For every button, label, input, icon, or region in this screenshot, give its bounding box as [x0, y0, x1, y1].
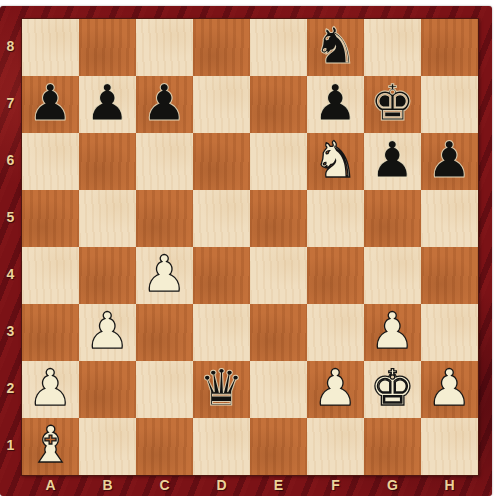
square-g4[interactable] [364, 247, 421, 304]
square-e4[interactable] [250, 247, 307, 304]
square-a3[interactable] [22, 304, 79, 361]
square-c1[interactable] [136, 418, 193, 475]
square-d1[interactable] [193, 418, 250, 475]
file-label-d: D [193, 476, 250, 494]
square-g3[interactable]: ♟ [364, 304, 421, 361]
square-b4[interactable] [79, 247, 136, 304]
piece-white-pawn[interactable]: ♟ [313, 361, 358, 417]
square-a7[interactable]: ♟ [22, 76, 79, 133]
piece-black-pawn[interactable]: ♟ [427, 133, 472, 189]
square-c5[interactable] [136, 190, 193, 247]
square-b3[interactable]: ♟ [79, 304, 136, 361]
rank-label-1: 1 [0, 417, 21, 474]
square-b1[interactable] [79, 418, 136, 475]
file-label-c: C [136, 476, 193, 494]
rank-label-3: 3 [0, 303, 21, 360]
piece-black-king[interactable]: ♚ [370, 76, 415, 132]
piece-white-king[interactable]: ♚ [370, 361, 415, 417]
file-label-h: H [421, 476, 478, 494]
piece-white-knight[interactable]: ♞ [313, 133, 358, 189]
piece-white-pawn[interactable]: ♟ [370, 304, 415, 360]
rank-label-6: 6 [0, 132, 21, 189]
square-f6[interactable]: ♞ [307, 133, 364, 190]
square-b5[interactable] [79, 190, 136, 247]
piece-black-pawn[interactable]: ♟ [85, 76, 130, 132]
square-b2[interactable] [79, 361, 136, 418]
square-d8[interactable] [193, 19, 250, 76]
square-c7[interactable]: ♟ [136, 76, 193, 133]
file-label-f: F [307, 476, 364, 494]
square-a4[interactable] [22, 247, 79, 304]
piece-black-queen[interactable]: ♛ [199, 361, 244, 417]
file-label-b: B [79, 476, 136, 494]
piece-black-pawn[interactable]: ♟ [370, 133, 415, 189]
square-h4[interactable] [421, 247, 478, 304]
piece-black-pawn[interactable]: ♟ [313, 76, 358, 132]
rank-label-7: 7 [0, 75, 21, 132]
square-h6[interactable]: ♟ [421, 133, 478, 190]
square-b7[interactable]: ♟ [79, 76, 136, 133]
rank-label-8: 8 [0, 18, 21, 75]
square-d2[interactable]: ♛ [193, 361, 250, 418]
square-a6[interactable] [22, 133, 79, 190]
square-f5[interactable] [307, 190, 364, 247]
square-g6[interactable]: ♟ [364, 133, 421, 190]
piece-black-pawn[interactable]: ♟ [28, 76, 73, 132]
square-c4[interactable]: ♟ [136, 247, 193, 304]
square-g1[interactable] [364, 418, 421, 475]
chess-board[interactable]: ♞♟♟♟♟♚♞♟♟♟♟♟♟♛♟♚♟♝ [21, 18, 479, 476]
square-e1[interactable] [250, 418, 307, 475]
square-a5[interactable] [22, 190, 79, 247]
square-b8[interactable] [79, 19, 136, 76]
square-f4[interactable] [307, 247, 364, 304]
rank-label-4: 4 [0, 246, 21, 303]
square-a2[interactable]: ♟ [22, 361, 79, 418]
square-f1[interactable] [307, 418, 364, 475]
piece-black-pawn[interactable]: ♟ [142, 76, 187, 132]
piece-white-pawn[interactable]: ♟ [142, 247, 187, 303]
piece-white-pawn[interactable]: ♟ [28, 361, 73, 417]
square-c8[interactable] [136, 19, 193, 76]
square-f7[interactable]: ♟ [307, 76, 364, 133]
square-c3[interactable] [136, 304, 193, 361]
square-e8[interactable] [250, 19, 307, 76]
square-a1[interactable]: ♝ [22, 418, 79, 475]
square-d3[interactable] [193, 304, 250, 361]
square-g5[interactable] [364, 190, 421, 247]
square-g8[interactable] [364, 19, 421, 76]
square-e7[interactable] [250, 76, 307, 133]
piece-white-pawn[interactable]: ♟ [85, 304, 130, 360]
piece-white-pawn[interactable]: ♟ [427, 361, 472, 417]
square-c6[interactable] [136, 133, 193, 190]
square-g7[interactable]: ♚ [364, 76, 421, 133]
board-frame: 87654321 ♞♟♟♟♟♚♞♟♟♟♟♟♟♛♟♚♟♝ ABCDEFGH [0, 6, 492, 496]
square-h5[interactable] [421, 190, 478, 247]
square-h7[interactable] [421, 76, 478, 133]
file-label-g: G [364, 476, 421, 494]
square-h2[interactable]: ♟ [421, 361, 478, 418]
square-h3[interactable] [421, 304, 478, 361]
rank-label-2: 2 [0, 360, 21, 417]
square-h1[interactable] [421, 418, 478, 475]
square-b6[interactable] [79, 133, 136, 190]
square-h8[interactable] [421, 19, 478, 76]
piece-white-bishop[interactable]: ♝ [28, 418, 73, 474]
file-label-e: E [250, 476, 307, 494]
square-a8[interactable] [22, 19, 79, 76]
square-f2[interactable]: ♟ [307, 361, 364, 418]
square-e2[interactable] [250, 361, 307, 418]
file-label-a: A [22, 476, 79, 494]
square-d4[interactable] [193, 247, 250, 304]
rank-label-5: 5 [0, 189, 21, 246]
square-d6[interactable] [193, 133, 250, 190]
square-f8[interactable]: ♞ [307, 19, 364, 76]
square-f3[interactable] [307, 304, 364, 361]
square-d7[interactable] [193, 76, 250, 133]
square-e6[interactable] [250, 133, 307, 190]
square-d5[interactable] [193, 190, 250, 247]
square-g2[interactable]: ♚ [364, 361, 421, 418]
piece-black-knight[interactable]: ♞ [313, 19, 358, 75]
square-e5[interactable] [250, 190, 307, 247]
square-c2[interactable] [136, 361, 193, 418]
chess-diagram: 87654321 ♞♟♟♟♟♚♞♟♟♟♟♟♟♛♟♚♟♝ ABCDEFGH [0, 0, 498, 496]
square-e3[interactable] [250, 304, 307, 361]
